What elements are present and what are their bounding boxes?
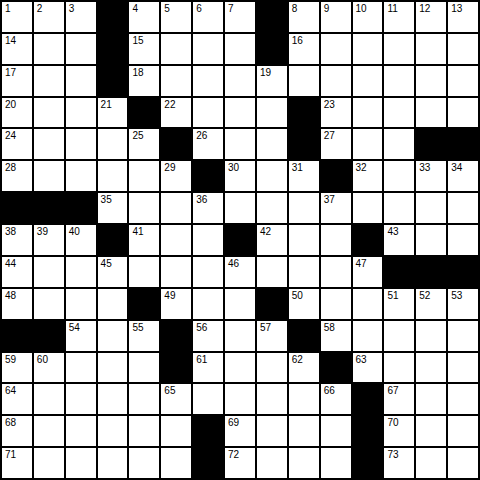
white-cell[interactable]: 1 [2, 2, 32, 32]
black-cell [416, 129, 446, 159]
white-cell[interactable]: 44 [2, 257, 32, 287]
white-cell[interactable]: 2 [34, 2, 64, 32]
white-cell[interactable]: 50 [289, 289, 319, 319]
black-cell [289, 321, 319, 351]
white-cell[interactable] [225, 353, 255, 383]
white-cell[interactable] [66, 257, 96, 287]
clue-number: 12 [419, 2, 430, 15]
white-cell[interactable]: 23 [321, 98, 351, 128]
clue-number: 71 [5, 448, 16, 461]
clue-number: 19 [260, 66, 271, 79]
white-cell[interactable]: 57 [257, 321, 287, 351]
clue-number: 22 [164, 98, 175, 111]
white-cell[interactable]: 13 [448, 2, 478, 32]
clue-number: 10 [356, 2, 367, 15]
clue-number: 2 [37, 2, 43, 15]
white-cell[interactable] [98, 161, 128, 191]
clue-number: 61 [196, 353, 207, 366]
white-cell[interactable] [225, 384, 255, 414]
white-cell[interactable] [34, 289, 64, 319]
black-cell [353, 416, 383, 446]
white-cell[interactable] [289, 448, 319, 478]
clue-number: 20 [5, 98, 16, 111]
clue-number: 41 [132, 225, 143, 238]
white-cell[interactable] [193, 289, 223, 319]
white-cell[interactable] [66, 66, 96, 96]
white-cell[interactable]: 27 [321, 129, 351, 159]
white-cell[interactable]: 53 [448, 289, 478, 319]
white-cell[interactable] [448, 193, 478, 223]
black-cell [98, 2, 128, 32]
clue-number: 57 [260, 321, 271, 334]
white-cell[interactable] [257, 161, 287, 191]
clue-number: 45 [101, 257, 112, 270]
clue-number: 72 [228, 448, 239, 461]
clue-number: 17 [5, 66, 16, 79]
white-cell[interactable]: 6 [193, 2, 223, 32]
clue-number: 63 [356, 353, 367, 366]
white-cell[interactable]: 72 [225, 448, 255, 478]
white-cell[interactable] [448, 66, 478, 96]
clue-number: 21 [101, 98, 112, 111]
white-cell[interactable]: 47 [353, 257, 383, 287]
white-cell[interactable] [416, 353, 446, 383]
white-cell[interactable] [416, 448, 446, 478]
clue-number: 60 [37, 353, 48, 366]
white-cell[interactable] [225, 34, 255, 64]
white-cell[interactable]: 18 [129, 66, 159, 96]
black-cell [416, 257, 446, 287]
white-cell[interactable] [448, 353, 478, 383]
white-cell[interactable]: 24 [2, 129, 32, 159]
white-cell[interactable] [34, 161, 64, 191]
white-cell[interactable] [66, 98, 96, 128]
black-cell [193, 416, 223, 446]
white-cell[interactable] [289, 416, 319, 446]
white-cell[interactable]: 40 [66, 225, 96, 255]
white-cell[interactable] [98, 321, 128, 351]
white-cell[interactable] [353, 289, 383, 319]
white-cell[interactable] [161, 66, 191, 96]
white-cell[interactable] [161, 34, 191, 64]
white-cell[interactable] [34, 129, 64, 159]
clue-number: 29 [164, 161, 175, 174]
white-cell[interactable] [384, 353, 414, 383]
white-cell[interactable] [129, 416, 159, 446]
white-cell[interactable] [225, 321, 255, 351]
white-cell[interactable] [129, 448, 159, 478]
white-cell[interactable] [98, 448, 128, 478]
white-cell[interactable] [129, 353, 159, 383]
white-cell[interactable] [98, 384, 128, 414]
white-cell[interactable] [384, 321, 414, 351]
white-cell[interactable]: 48 [2, 289, 32, 319]
white-cell[interactable] [257, 448, 287, 478]
black-cell [2, 193, 32, 223]
white-cell[interactable] [34, 384, 64, 414]
black-cell [34, 193, 64, 223]
clue-number: 7 [228, 2, 234, 15]
white-cell[interactable] [225, 289, 255, 319]
white-cell[interactable]: 37 [321, 193, 351, 223]
clue-number: 59 [5, 353, 16, 366]
white-cell[interactable] [416, 321, 446, 351]
clue-number: 47 [356, 257, 367, 270]
white-cell[interactable] [448, 98, 478, 128]
white-cell[interactable] [225, 193, 255, 223]
clue-number: 49 [164, 289, 175, 302]
white-cell[interactable]: 69 [225, 416, 255, 446]
white-cell[interactable] [98, 129, 128, 159]
clue-number: 24 [5, 129, 16, 142]
clue-number: 66 [324, 384, 335, 397]
white-cell[interactable]: 43 [384, 225, 414, 255]
white-cell[interactable]: 32 [353, 161, 383, 191]
clue-number: 3 [69, 2, 75, 15]
black-cell [353, 384, 383, 414]
white-cell[interactable] [161, 193, 191, 223]
black-cell [225, 225, 255, 255]
white-cell[interactable]: 51 [384, 289, 414, 319]
black-cell [321, 353, 351, 383]
white-cell[interactable]: 62 [289, 353, 319, 383]
white-cell[interactable] [448, 34, 478, 64]
white-cell[interactable]: 29 [161, 161, 191, 191]
black-cell [161, 321, 191, 351]
white-cell[interactable] [66, 129, 96, 159]
white-cell[interactable] [353, 129, 383, 159]
clue-number: 23 [324, 98, 335, 111]
clue-number: 70 [387, 416, 398, 429]
clue-number: 11 [387, 2, 397, 15]
white-cell[interactable] [98, 353, 128, 383]
black-cell [353, 448, 383, 478]
white-cell[interactable] [321, 448, 351, 478]
black-cell [257, 2, 287, 32]
black-cell [129, 98, 159, 128]
white-cell[interactable]: 20 [2, 98, 32, 128]
clue-number: 13 [451, 2, 462, 15]
black-cell [129, 289, 159, 319]
white-cell[interactable] [416, 416, 446, 446]
clue-number: 62 [292, 353, 303, 366]
black-cell [193, 448, 223, 478]
white-cell[interactable]: 33 [416, 161, 446, 191]
clue-number: 67 [387, 384, 398, 397]
white-cell[interactable]: 8 [289, 2, 319, 32]
white-cell[interactable] [225, 129, 255, 159]
white-cell[interactable] [384, 193, 414, 223]
white-cell[interactable]: 10 [353, 2, 383, 32]
clue-number: 27 [324, 129, 335, 142]
white-cell[interactable] [98, 416, 128, 446]
white-cell[interactable]: 19 [257, 66, 287, 96]
white-cell[interactable] [161, 416, 191, 446]
white-cell[interactable] [34, 98, 64, 128]
white-cell[interactable] [353, 66, 383, 96]
white-cell[interactable] [289, 225, 319, 255]
white-cell[interactable]: 61 [193, 353, 223, 383]
clue-number: 33 [419, 161, 430, 174]
white-cell[interactable] [34, 448, 64, 478]
white-cell[interactable]: 45 [98, 257, 128, 287]
white-cell[interactable]: 41 [129, 225, 159, 255]
white-cell[interactable] [129, 257, 159, 287]
white-cell[interactable]: 22 [161, 98, 191, 128]
white-cell[interactable] [353, 321, 383, 351]
clue-number: 58 [324, 321, 335, 334]
clue-number: 68 [5, 416, 16, 429]
clue-number: 55 [132, 321, 143, 334]
clue-number: 65 [164, 384, 175, 397]
white-cell[interactable]: 28 [2, 161, 32, 191]
white-cell[interactable]: 67 [384, 384, 414, 414]
black-cell [161, 129, 191, 159]
white-cell[interactable]: 31 [289, 161, 319, 191]
white-cell[interactable] [257, 384, 287, 414]
white-cell[interactable] [321, 289, 351, 319]
white-cell[interactable] [225, 98, 255, 128]
white-cell[interactable] [161, 257, 191, 287]
white-cell[interactable] [416, 193, 446, 223]
white-cell[interactable] [448, 321, 478, 351]
white-cell[interactable]: 30 [225, 161, 255, 191]
clue-number: 18 [132, 66, 143, 79]
clue-number: 28 [5, 161, 16, 174]
white-cell[interactable]: 42 [257, 225, 287, 255]
black-cell [384, 257, 414, 287]
white-cell[interactable] [129, 193, 159, 223]
white-cell[interactable] [353, 34, 383, 64]
white-cell[interactable]: 4 [129, 2, 159, 32]
white-cell[interactable] [193, 384, 223, 414]
white-cell[interactable] [448, 448, 478, 478]
white-cell[interactable]: 12 [416, 2, 446, 32]
white-cell[interactable]: 71 [2, 448, 32, 478]
white-cell[interactable] [129, 384, 159, 414]
white-cell[interactable]: 34 [448, 161, 478, 191]
white-cell[interactable] [193, 257, 223, 287]
white-cell[interactable] [66, 416, 96, 446]
white-cell[interactable] [98, 289, 128, 319]
white-cell[interactable]: 14 [2, 34, 32, 64]
white-cell[interactable] [225, 66, 255, 96]
white-cell[interactable]: 56 [193, 321, 223, 351]
clue-number: 9 [324, 2, 330, 15]
white-cell[interactable] [321, 66, 351, 96]
white-cell[interactable] [289, 257, 319, 287]
black-cell [34, 321, 64, 351]
clue-number: 37 [324, 193, 335, 206]
clue-number: 38 [5, 225, 16, 238]
white-cell[interactable] [34, 34, 64, 64]
white-cell[interactable] [416, 98, 446, 128]
clue-number: 48 [5, 289, 16, 302]
white-cell[interactable] [66, 384, 96, 414]
white-cell[interactable] [193, 34, 223, 64]
clue-number: 25 [132, 129, 143, 142]
white-cell[interactable] [257, 98, 287, 128]
black-cell [289, 129, 319, 159]
clue-number: 54 [69, 321, 80, 334]
white-cell[interactable]: 36 [193, 193, 223, 223]
white-cell[interactable] [384, 161, 414, 191]
white-cell[interactable]: 58 [321, 321, 351, 351]
white-cell[interactable] [416, 66, 446, 96]
clue-number: 43 [387, 225, 398, 238]
black-cell [353, 225, 383, 255]
white-cell[interactable] [384, 34, 414, 64]
white-cell[interactable] [321, 34, 351, 64]
white-cell[interactable] [289, 193, 319, 223]
black-cell [193, 161, 223, 191]
white-cell[interactable] [384, 129, 414, 159]
white-cell[interactable] [353, 193, 383, 223]
white-cell[interactable] [384, 98, 414, 128]
white-cell[interactable]: 15 [129, 34, 159, 64]
white-cell[interactable]: 66 [321, 384, 351, 414]
black-cell [98, 66, 128, 96]
clue-number: 69 [228, 416, 239, 429]
white-cell[interactable] [34, 257, 64, 287]
black-cell [448, 257, 478, 287]
white-cell[interactable] [66, 34, 96, 64]
black-cell [321, 161, 351, 191]
white-cell[interactable]: 52 [416, 289, 446, 319]
white-cell[interactable]: 49 [161, 289, 191, 319]
white-cell[interactable] [321, 416, 351, 446]
white-cell[interactable] [416, 384, 446, 414]
clue-number: 6 [196, 2, 202, 15]
white-cell[interactable] [416, 34, 446, 64]
white-cell[interactable]: 54 [66, 321, 96, 351]
clue-number: 51 [387, 289, 398, 302]
black-cell [98, 225, 128, 255]
black-cell [257, 34, 287, 64]
clue-number: 16 [292, 34, 303, 47]
white-cell[interactable]: 59 [2, 353, 32, 383]
white-cell[interactable] [34, 66, 64, 96]
white-cell[interactable]: 35 [98, 193, 128, 223]
white-cell[interactable]: 21 [98, 98, 128, 128]
white-cell[interactable] [289, 384, 319, 414]
clue-number: 14 [5, 34, 16, 47]
white-cell[interactable]: 46 [225, 257, 255, 287]
clue-number: 56 [196, 321, 207, 334]
white-cell[interactable] [129, 161, 159, 191]
clue-number: 46 [228, 257, 239, 270]
white-cell[interactable] [448, 384, 478, 414]
clue-number: 53 [451, 289, 462, 302]
clue-number: 34 [451, 161, 462, 174]
black-cell [448, 129, 478, 159]
white-cell[interactable] [66, 448, 96, 478]
clue-number: 50 [292, 289, 303, 302]
white-cell[interactable] [321, 257, 351, 287]
crossword-board: 1234567891011121314151617181920212223242… [0, 0, 480, 480]
white-cell[interactable]: 7 [225, 2, 255, 32]
clue-number: 39 [37, 225, 48, 238]
white-cell[interactable] [66, 289, 96, 319]
clue-number: 52 [419, 289, 430, 302]
white-cell[interactable]: 39 [34, 225, 64, 255]
white-cell[interactable] [257, 416, 287, 446]
white-cell[interactable] [193, 66, 223, 96]
white-cell[interactable] [289, 66, 319, 96]
white-cell[interactable] [193, 98, 223, 128]
clue-number: 40 [69, 225, 80, 238]
white-cell[interactable]: 26 [193, 129, 223, 159]
clue-number: 44 [5, 257, 16, 270]
clue-number: 35 [101, 193, 112, 206]
white-cell[interactable] [66, 353, 96, 383]
clue-number: 8 [292, 2, 298, 15]
white-cell[interactable] [257, 193, 287, 223]
white-cell[interactable]: 64 [2, 384, 32, 414]
white-cell[interactable] [416, 225, 446, 255]
clue-number: 26 [196, 129, 207, 142]
white-cell[interactable]: 16 [289, 34, 319, 64]
clue-number: 42 [260, 225, 271, 238]
black-cell [289, 98, 319, 128]
white-cell[interactable]: 3 [66, 2, 96, 32]
white-cell[interactable]: 25 [129, 129, 159, 159]
white-cell[interactable] [193, 225, 223, 255]
clue-number: 5 [164, 2, 170, 15]
black-cell [161, 353, 191, 383]
white-cell[interactable] [161, 448, 191, 478]
white-cell[interactable]: 55 [129, 321, 159, 351]
white-cell[interactable] [66, 161, 96, 191]
white-cell[interactable] [448, 416, 478, 446]
white-cell[interactable] [448, 225, 478, 255]
black-cell [2, 321, 32, 351]
clue-number: 32 [356, 161, 367, 174]
clue-number: 64 [5, 384, 16, 397]
clue-number: 30 [228, 161, 239, 174]
white-cell[interactable] [257, 129, 287, 159]
white-cell[interactable] [384, 66, 414, 96]
white-cell[interactable] [161, 225, 191, 255]
white-cell[interactable]: 70 [384, 416, 414, 446]
white-cell[interactable] [34, 416, 64, 446]
clue-number: 36 [196, 193, 207, 206]
white-cell[interactable]: 11 [384, 2, 414, 32]
white-cell[interactable]: 63 [353, 353, 383, 383]
white-cell[interactable] [321, 225, 351, 255]
white-cell[interactable]: 5 [161, 2, 191, 32]
clue-number: 31 [292, 161, 303, 174]
clue-number: 73 [387, 448, 398, 461]
white-cell[interactable] [353, 98, 383, 128]
clue-number: 1 [5, 2, 11, 15]
white-cell[interactable] [257, 353, 287, 383]
white-cell[interactable]: 17 [2, 66, 32, 96]
black-cell [66, 193, 96, 223]
white-cell[interactable]: 60 [34, 353, 64, 383]
white-cell[interactable]: 38 [2, 225, 32, 255]
white-cell[interactable] [257, 257, 287, 287]
black-cell [257, 289, 287, 319]
clue-number: 15 [132, 34, 143, 47]
clue-number: 4 [132, 2, 138, 15]
white-cell[interactable]: 9 [321, 2, 351, 32]
white-cell[interactable]: 65 [161, 384, 191, 414]
white-cell[interactable]: 68 [2, 416, 32, 446]
black-cell [98, 34, 128, 64]
white-cell[interactable]: 73 [384, 448, 414, 478]
